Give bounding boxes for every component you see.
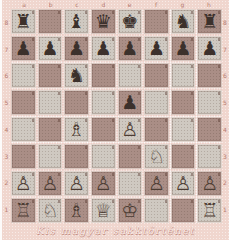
denomination-mark — [112, 92, 114, 95]
denomination-mark — [191, 146, 193, 149]
denomination-mark — [112, 119, 114, 122]
file-label-g: g — [169, 0, 195, 9]
denomination-mark — [191, 92, 193, 95]
denomination-mark — [218, 11, 220, 14]
sheet-title: Kis magyar sakktörténet — [2, 225, 229, 238]
denomination-mark — [218, 173, 220, 176]
white-pawn-c2: ♙ — [68, 174, 85, 193]
square-a6 — [11, 63, 36, 88]
square-h2: ♙ — [197, 171, 222, 196]
denomination-mark — [112, 65, 114, 68]
square-g5 — [171, 90, 196, 115]
rank-label-left-1: 1 — [2, 196, 11, 223]
denomination-mark — [218, 146, 220, 149]
denomination-mark — [112, 173, 114, 176]
file-label-h: h — [196, 0, 222, 9]
rank-label-right-2: 2 — [221, 170, 229, 197]
square-b6 — [38, 63, 63, 88]
denomination-mark — [85, 11, 87, 14]
denomination-mark — [138, 200, 140, 203]
black-pawn-e5: ♟ — [121, 93, 138, 112]
file-label-c: c — [64, 0, 90, 9]
square-b8 — [38, 9, 63, 34]
black-pawn-e7: ♟ — [121, 39, 138, 58]
denomination-mark — [165, 11, 167, 14]
square-g8: ♞ — [171, 9, 196, 34]
denomination-mark — [85, 119, 87, 122]
square-c5 — [64, 90, 89, 115]
denomination-mark — [191, 11, 193, 14]
square-f4 — [144, 117, 169, 142]
square-d2: ♙ — [91, 171, 116, 196]
square-b2: ♙ — [38, 171, 63, 196]
denomination-mark — [191, 119, 193, 122]
denomination-mark — [165, 38, 167, 41]
square-h1: ♖ — [197, 198, 222, 223]
black-queen-d8: ♛ — [95, 12, 112, 31]
square-f5 — [144, 90, 169, 115]
file-label-a: a — [11, 0, 37, 9]
denomination-mark — [85, 92, 87, 95]
square-d8: ♛ — [91, 9, 116, 34]
square-e1: ♔ — [118, 198, 143, 223]
square-c2: ♙ — [64, 171, 89, 196]
denomination-mark — [58, 173, 60, 176]
square-b5 — [38, 90, 63, 115]
square-f7: ♟ — [144, 36, 169, 61]
denomination-mark — [85, 200, 87, 203]
square-b7: ♟ — [38, 36, 63, 61]
denomination-mark — [58, 119, 60, 122]
denomination-mark — [85, 38, 87, 41]
square-f1 — [144, 198, 169, 223]
denomination-mark — [58, 200, 60, 203]
black-pawn-h7: ♟ — [201, 39, 218, 58]
white-rook-h1: ♖ — [201, 201, 218, 220]
denomination-mark — [191, 200, 193, 203]
square-d6 — [91, 63, 116, 88]
denomination-mark — [112, 11, 114, 14]
chessboard: ♜♝♛♚♞♜♟♟♟♟♟♟♟♟♞♟♗♙♘♙♙♙♙♙♙♙♖♘♗♕♔♖ — [11, 9, 222, 223]
square-e5: ♟ — [118, 90, 143, 115]
file-label-d: d — [90, 0, 116, 9]
square-a5 — [11, 90, 36, 115]
denomination-mark — [32, 92, 34, 95]
black-rook-a8: ♜ — [15, 12, 32, 31]
denomination-mark — [58, 92, 60, 95]
denomination-mark — [58, 65, 60, 68]
white-pawn-a2: ♙ — [15, 174, 32, 193]
square-c3 — [64, 144, 89, 169]
square-d7: ♟ — [91, 36, 116, 61]
denomination-mark — [165, 119, 167, 122]
black-king-e8: ♚ — [121, 12, 138, 31]
rank-label-left-3: 3 — [2, 143, 11, 170]
black-pawn-g7: ♟ — [175, 39, 192, 58]
black-knight-g8: ♞ — [175, 12, 192, 31]
file-label-e: e — [117, 0, 143, 9]
denomination-mark — [32, 11, 34, 14]
square-b4 — [38, 117, 63, 142]
square-d1: ♕ — [91, 198, 116, 223]
square-a3 — [11, 144, 36, 169]
denomination-mark — [138, 11, 140, 14]
square-g6 — [171, 63, 196, 88]
denomination-mark — [32, 38, 34, 41]
stamp-sheet: abcdefgh 87654321 87654321 ♜♝♛♚♞♜♟♟♟♟♟♟♟… — [0, 0, 229, 240]
black-pawn-c7: ♟ — [68, 39, 85, 58]
rank-label-right-6: 6 — [221, 63, 229, 90]
square-c4: ♗ — [64, 117, 89, 142]
white-bishop-c4: ♗ — [68, 120, 85, 139]
square-e3 — [118, 144, 143, 169]
square-c7: ♟ — [64, 36, 89, 61]
denomination-mark — [85, 173, 87, 176]
denomination-mark — [218, 65, 220, 68]
square-g4 — [171, 117, 196, 142]
denomination-mark — [138, 92, 140, 95]
file-labels: abcdefgh — [11, 0, 222, 9]
denomination-mark — [165, 65, 167, 68]
denomination-mark — [58, 38, 60, 41]
denomination-mark — [112, 38, 114, 41]
denomination-mark — [138, 38, 140, 41]
square-g3 — [171, 144, 196, 169]
square-h6 — [197, 63, 222, 88]
white-pawn-b2: ♙ — [41, 174, 58, 193]
denomination-mark — [85, 146, 87, 149]
square-g7: ♟ — [171, 36, 196, 61]
square-f8 — [144, 9, 169, 34]
denomination-mark — [191, 65, 193, 68]
square-g2: ♙ — [171, 171, 196, 196]
rank-label-left-5: 5 — [2, 89, 11, 116]
denomination-mark — [218, 92, 220, 95]
square-c1: ♗ — [64, 198, 89, 223]
square-h3 — [197, 144, 222, 169]
square-b1: ♘ — [38, 198, 63, 223]
white-knight-b1: ♘ — [41, 201, 58, 220]
denomination-mark — [32, 173, 34, 176]
square-h8: ♜ — [197, 9, 222, 34]
black-pawn-b7: ♟ — [41, 39, 58, 58]
white-pawn-d2: ♙ — [95, 174, 112, 193]
square-e7: ♟ — [118, 36, 143, 61]
rank-label-right-1: 1 — [221, 196, 229, 223]
black-bishop-c8: ♝ — [68, 12, 85, 31]
rank-label-left-4: 4 — [2, 116, 11, 143]
black-rook-h8: ♜ — [201, 12, 218, 31]
square-f2: ♙ — [144, 171, 169, 196]
denomination-mark — [191, 38, 193, 41]
denomination-mark — [85, 65, 87, 68]
square-d5 — [91, 90, 116, 115]
denomination-mark — [138, 65, 140, 68]
denomination-mark — [58, 146, 60, 149]
square-e8: ♚ — [118, 9, 143, 34]
denomination-mark — [138, 173, 140, 176]
square-e6 — [118, 63, 143, 88]
black-pawn-a7: ♟ — [15, 39, 32, 58]
white-knight-f3: ♘ — [148, 147, 165, 166]
denomination-mark — [191, 173, 193, 176]
square-a4 — [11, 117, 36, 142]
rank-label-left-7: 7 — [2, 36, 11, 63]
square-a2: ♙ — [11, 171, 36, 196]
denomination-mark — [218, 200, 220, 203]
square-h7: ♟ — [197, 36, 222, 61]
denomination-mark — [218, 38, 220, 41]
denomination-mark — [112, 200, 114, 203]
square-f3: ♘ — [144, 144, 169, 169]
denomination-mark — [58, 11, 60, 14]
rank-label-right-8: 8 — [221, 9, 229, 36]
white-pawn-h2: ♙ — [201, 174, 218, 193]
square-h5 — [197, 90, 222, 115]
denomination-mark — [32, 146, 34, 149]
square-a8: ♜ — [11, 9, 36, 34]
square-c6: ♞ — [64, 63, 89, 88]
rank-label-right-5: 5 — [221, 89, 229, 116]
denomination-mark — [32, 65, 34, 68]
rank-label-right-7: 7 — [221, 36, 229, 63]
square-e2 — [118, 171, 143, 196]
square-g1 — [171, 198, 196, 223]
square-e4: ♙ — [118, 117, 143, 142]
square-d4 — [91, 117, 116, 142]
file-label-f: f — [143, 0, 169, 9]
square-a1: ♖ — [11, 198, 36, 223]
denomination-mark — [138, 146, 140, 149]
white-pawn-e4: ♙ — [121, 120, 138, 139]
file-label-b: b — [37, 0, 63, 9]
denomination-mark — [218, 119, 220, 122]
denomination-mark — [165, 200, 167, 203]
denomination-mark — [165, 92, 167, 95]
black-pawn-d7: ♟ — [95, 39, 112, 58]
denomination-mark — [32, 200, 34, 203]
denomination-mark — [112, 146, 114, 149]
rank-label-right-3: 3 — [221, 143, 229, 170]
square-c8: ♝ — [64, 9, 89, 34]
square-f6 — [144, 63, 169, 88]
rank-label-left-2: 2 — [2, 170, 11, 197]
square-d3 — [91, 144, 116, 169]
white-rook-a1: ♖ — [15, 201, 32, 220]
square-b3 — [38, 144, 63, 169]
denomination-mark — [165, 146, 167, 149]
white-bishop-c1: ♗ — [68, 201, 85, 220]
white-queen-d1: ♕ — [95, 201, 112, 220]
square-h4 — [197, 117, 222, 142]
denomination-mark — [32, 119, 34, 122]
rank-labels-left: 87654321 — [2, 9, 11, 223]
denomination-mark — [138, 119, 140, 122]
rank-labels-right: 87654321 — [221, 9, 229, 223]
black-knight-c6: ♞ — [68, 66, 85, 85]
square-a7: ♟ — [11, 36, 36, 61]
black-pawn-f7: ♟ — [148, 39, 165, 58]
rank-label-left-8: 8 — [2, 9, 11, 36]
denomination-mark — [165, 173, 167, 176]
white-king-e1: ♔ — [121, 201, 138, 220]
rank-label-left-6: 6 — [2, 63, 11, 90]
rank-label-right-4: 4 — [221, 116, 229, 143]
white-pawn-g2: ♙ — [175, 174, 192, 193]
white-pawn-f2: ♙ — [148, 174, 165, 193]
